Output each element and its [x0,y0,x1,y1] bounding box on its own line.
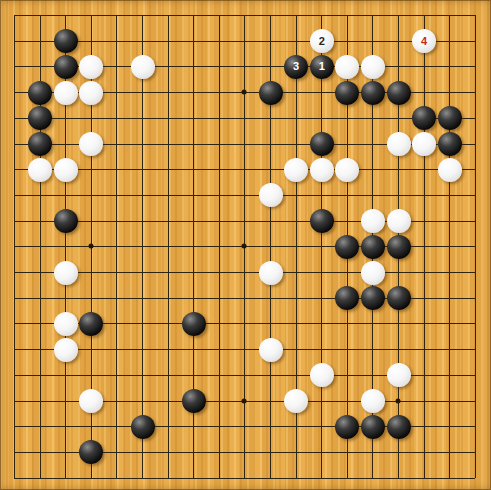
black-stone [182,389,206,413]
black-stone [28,132,52,156]
go-board-screenshot: 2431 [0,0,491,490]
white-stone: 2 [310,29,334,53]
black-stone [259,81,283,105]
white-stone: 4 [412,29,436,53]
black-stone [387,286,411,310]
white-stone [335,55,359,79]
move-number-label: 2 [310,29,334,53]
white-stone [28,158,52,182]
white-stone [259,338,283,362]
black-stone [131,415,155,439]
white-stone [54,312,78,336]
white-stone [438,158,462,182]
white-stone [54,158,78,182]
white-stone [284,158,308,182]
black-stone [387,81,411,105]
star-point [242,398,247,403]
white-stone [284,389,308,413]
move-number-label: 3 [284,55,308,79]
black-stone [310,132,334,156]
white-stone [310,158,334,182]
white-stone [361,55,385,79]
white-stone [361,389,385,413]
white-stone [54,338,78,362]
black-stone [361,415,385,439]
black-stone [28,106,52,130]
star-point [88,244,93,249]
grid-line-vertical [475,15,476,478]
grid-line-horizontal [14,41,475,42]
black-stone [335,415,359,439]
black-stone [182,312,206,336]
black-stone: 1 [310,55,334,79]
black-stone [79,312,103,336]
grid-line-horizontal [14,478,475,479]
black-stone [54,209,78,233]
white-stone [54,261,78,285]
grid-line-horizontal [14,118,475,119]
black-stone [79,440,103,464]
black-stone [438,106,462,130]
white-stone [387,363,411,387]
black-stone [412,106,436,130]
white-stone [335,158,359,182]
black-stone [335,81,359,105]
black-stone [387,235,411,259]
white-stone [259,261,283,285]
black-stone: 3 [284,55,308,79]
move-number-label: 4 [412,29,436,53]
black-stone [387,415,411,439]
black-stone [335,286,359,310]
grid-line-horizontal [14,169,475,170]
black-stone [54,55,78,79]
move-number-label: 1 [310,55,334,79]
white-stone [387,209,411,233]
go-board[interactable]: 2431 [0,0,491,490]
white-stone [79,81,103,105]
white-stone [310,363,334,387]
star-point [396,398,401,403]
black-stone [361,81,385,105]
grid-line-horizontal [14,15,475,16]
white-stone [79,389,103,413]
grid-line-horizontal [14,195,475,196]
grid-line-horizontal [14,272,475,273]
white-stone [361,209,385,233]
white-stone [259,183,283,207]
black-stone [310,209,334,233]
black-stone [361,235,385,259]
white-stone [131,55,155,79]
white-stone [54,81,78,105]
grid-line-horizontal [14,349,475,350]
black-stone [438,132,462,156]
black-stone [361,286,385,310]
black-stone [54,29,78,53]
white-stone [79,132,103,156]
black-stone [28,81,52,105]
white-stone [361,261,385,285]
star-point [242,90,247,95]
white-stone [387,132,411,156]
white-stone [79,55,103,79]
star-point [242,244,247,249]
black-stone [335,235,359,259]
white-stone [412,132,436,156]
